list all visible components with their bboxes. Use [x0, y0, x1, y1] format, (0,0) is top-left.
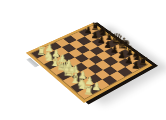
board-frame: ♜♟♟♜♞♟♟♞♝♟♟♝♛♟♟♛♚♟♟♚♝♟♟♝♞♟♟♞♜♟♟♜ — [26, 23, 153, 103]
product-photo: ♜♟♟♜♞♟♟♞♝♟♟♝♛♟♟♛♚♟♟♚♝♟♟♝♞♟♟♞♜♟♟♜ — [0, 0, 166, 120]
piece-black-pawn[interactable]: ♟ — [130, 60, 141, 71]
piece-white-rook[interactable]: ♜ — [82, 84, 94, 97]
chessboard: ♜♟♟♜♞♟♟♞♝♟♟♝♛♟♟♛♚♟♟♚♝♟♟♝♞♟♟♞♜♟♟♜ — [26, 23, 153, 103]
board-squares: ♜♟♟♜♞♟♟♞♝♟♟♝♛♟♟♛♚♟♟♚♝♟♟♝♞♟♟♞♜♟♟♜ — [31, 26, 146, 99]
